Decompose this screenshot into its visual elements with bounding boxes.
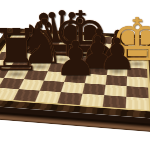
pieces-layer: ♝♛♚♟♟♚♞♟♟♜♟ <box>0 0 150 150</box>
piece-black-pawn-e3[interactable]: ♟ <box>54 35 97 83</box>
chess-set-photo-scene: ♝♛♚♟♟♚♞♟♟♜♟ <box>0 0 150 150</box>
piece-black-pawn-g4[interactable]: ♟ <box>98 33 137 76</box>
piece-black-rook-b3[interactable]: ♜ <box>0 22 42 79</box>
